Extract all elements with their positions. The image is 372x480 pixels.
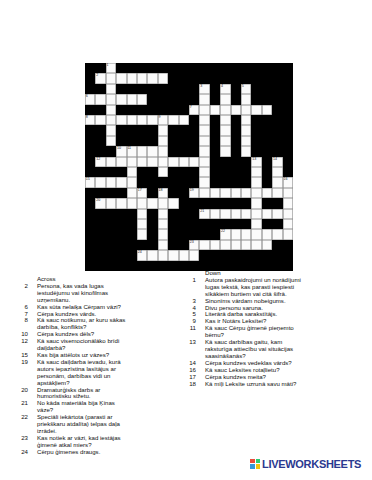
grid-cell[interactable] <box>147 73 157 83</box>
grid-cell[interactable] <box>116 115 126 125</box>
down-clues: Down 1Autora paskaidrojumi un norādījumi… <box>182 270 368 387</box>
grid-cell[interactable] <box>158 125 168 135</box>
grid-cell[interactable] <box>231 209 241 219</box>
grid-cell[interactable] <box>95 115 105 125</box>
grid-block <box>210 250 220 260</box>
grid-cell[interactable] <box>147 146 157 156</box>
grid-cell[interactable] <box>199 177 209 187</box>
grid-cell[interactable]: 6 <box>85 94 95 104</box>
grid-cell[interactable] <box>241 105 251 115</box>
grid-cell[interactable] <box>241 125 251 135</box>
grid-cell[interactable] <box>199 105 209 115</box>
grid-cell[interactable] <box>116 94 126 104</box>
grid-block <box>231 94 241 104</box>
logo-icon-square <box>256 464 261 469</box>
grid-block <box>231 73 241 83</box>
grid-block <box>210 167 220 177</box>
grid-cell[interactable] <box>106 177 116 187</box>
grid-block <box>85 73 95 83</box>
grid-block <box>179 219 189 229</box>
grid-cell[interactable] <box>220 105 230 115</box>
grid-cell[interactable] <box>168 198 178 208</box>
grid-cell[interactable] <box>158 146 168 156</box>
grid-block <box>283 63 293 73</box>
grid-cell[interactable] <box>241 136 251 146</box>
grid-block <box>116 229 126 239</box>
grid-cell[interactable] <box>168 115 178 125</box>
clue-number: 20 <box>14 387 28 401</box>
grid-cell[interactable] <box>127 198 137 208</box>
grid-cell[interactable] <box>127 188 137 198</box>
grid-block <box>262 157 272 167</box>
grid-block <box>95 250 105 260</box>
cell-number: 13 <box>252 157 256 161</box>
grid-block <box>241 250 251 260</box>
grid-cell[interactable] <box>262 209 272 219</box>
grid-block <box>147 167 157 177</box>
grid-block <box>283 167 293 177</box>
grid-block <box>168 94 178 104</box>
grid-cell[interactable] <box>147 157 157 167</box>
grid-block <box>168 63 178 73</box>
grid-block <box>168 209 178 219</box>
cell-number: 9 <box>159 115 161 119</box>
grid-block <box>106 240 116 250</box>
grid-block <box>147 229 157 239</box>
grid-cell[interactable] <box>168 157 178 167</box>
grid-block <box>106 188 116 198</box>
clue-number: 13 <box>182 339 196 360</box>
grid-block <box>231 125 241 135</box>
across-clue-item: 20Dramaturģisks darbs arhumoristisku siž… <box>14 387 186 401</box>
grid-block <box>106 167 116 177</box>
grid-block <box>272 115 282 125</box>
grid-cell[interactable] <box>231 240 241 250</box>
cell-number: 18 <box>159 188 163 192</box>
grid-cell[interactable] <box>106 136 116 146</box>
grid-cell[interactable] <box>199 136 209 146</box>
grid-block <box>168 136 178 146</box>
grid-cell[interactable] <box>158 250 168 260</box>
grid-cell[interactable] <box>158 219 168 229</box>
clue-number: 23 <box>14 435 28 449</box>
grid-cell[interactable] <box>127 157 137 167</box>
grid-cell[interactable] <box>168 250 178 260</box>
grid-cell[interactable] <box>220 146 230 156</box>
grid-block <box>85 209 95 219</box>
grid-cell[interactable]: 13 <box>251 157 261 167</box>
across-clue-item: 23Kas notiek ar vāzi, kad iestājasģimenē… <box>14 435 186 449</box>
grid-cell[interactable]: 21 <box>199 209 209 219</box>
grid-block <box>283 94 293 104</box>
grid-block <box>262 177 272 187</box>
grid-block <box>147 209 157 219</box>
grid-cell[interactable] <box>241 209 251 219</box>
grid-cell[interactable] <box>116 177 126 187</box>
grid-block <box>210 198 220 208</box>
grid-block <box>85 167 95 177</box>
grid-cell[interactable] <box>262 105 272 115</box>
grid-cell[interactable] <box>116 198 126 208</box>
clue-number: 11 <box>182 325 196 339</box>
grid-cell[interactable]: 22 <box>220 229 230 239</box>
grid-cell[interactable] <box>137 73 147 83</box>
grid-block <box>168 84 178 94</box>
grid-block <box>262 94 272 104</box>
grid-block <box>241 219 251 229</box>
clue-text-line: Kā mīļi Leksīte uzrunā savu māti? <box>205 381 296 388</box>
grid-cell[interactable] <box>283 219 293 229</box>
grid-block <box>189 229 199 239</box>
grid-cell[interactable] <box>106 198 116 208</box>
grid-cell[interactable]: 3 <box>199 84 209 94</box>
grid-block <box>116 167 126 177</box>
grid-block <box>137 167 147 177</box>
grid-block <box>231 250 241 260</box>
grid-cell[interactable] <box>158 136 168 146</box>
grid-block <box>189 84 199 94</box>
grid-block <box>116 125 126 135</box>
grid-cell[interactable]: 4 <box>220 84 230 94</box>
grid-block <box>272 198 282 208</box>
grid-block <box>137 177 147 187</box>
grid-block <box>189 219 199 229</box>
grid-cell[interactable]: 2 <box>95 73 105 83</box>
grid-cell[interactable] <box>220 209 230 219</box>
grid-cell[interactable] <box>158 240 168 250</box>
grid-cell[interactable] <box>262 188 272 198</box>
grid-cell[interactable] <box>158 209 168 219</box>
grid-cell[interactable] <box>220 94 230 104</box>
grid-block <box>241 63 251 73</box>
grid-block <box>231 167 241 177</box>
grid-block <box>189 73 199 83</box>
grid-cell[interactable] <box>137 157 147 167</box>
grid-cell[interactable] <box>272 209 282 219</box>
grid-cell[interactable] <box>251 188 261 198</box>
grid-block <box>127 219 137 229</box>
grid-block <box>116 261 126 271</box>
grid-cell[interactable] <box>199 240 209 250</box>
grid-cell[interactable] <box>127 115 137 125</box>
clue-number: 22 <box>14 414 28 435</box>
grid-block <box>85 240 95 250</box>
grid-cell[interactable] <box>147 115 157 125</box>
grid-cell[interactable] <box>251 219 261 229</box>
grid-cell[interactable] <box>106 115 116 125</box>
grid-block <box>231 198 241 208</box>
grid-block <box>137 63 147 73</box>
grid-block <box>85 84 95 94</box>
grid-block <box>251 115 261 125</box>
grid-cell[interactable]: 5 <box>241 84 251 94</box>
grid-block <box>147 105 157 115</box>
grid-cell[interactable] <box>220 115 230 125</box>
grid-cell[interactable] <box>210 105 220 115</box>
grid-cell[interactable] <box>251 229 261 239</box>
grid-block <box>158 84 168 94</box>
grid-cell[interactable]: 12 <box>95 157 105 167</box>
grid-block <box>116 209 126 219</box>
grid-block <box>220 167 230 177</box>
grid-block <box>210 63 220 73</box>
grid-cell[interactable]: 23 <box>189 240 199 250</box>
grid-cell[interactable] <box>127 73 137 83</box>
grid-block <box>231 219 241 229</box>
grid-cell[interactable] <box>106 125 116 135</box>
grid-cell[interactable] <box>95 94 105 104</box>
grid-block <box>179 177 189 187</box>
grid-block <box>210 177 220 187</box>
grid-cell[interactable] <box>251 209 261 219</box>
grid-block <box>189 209 199 219</box>
grid-cell[interactable] <box>106 105 116 115</box>
grid-cell[interactable]: 17 <box>137 188 147 198</box>
grid-cell[interactable] <box>241 94 251 104</box>
grid-block <box>231 146 241 156</box>
grid-block <box>116 84 126 94</box>
grid-block <box>210 73 220 83</box>
grid-block <box>179 94 189 104</box>
grid-cell[interactable]: 9 <box>158 115 168 125</box>
grid-block <box>283 115 293 125</box>
grid-block <box>116 250 126 260</box>
cell-number: 24 <box>138 250 142 254</box>
grid-block <box>168 219 178 229</box>
grid-cell[interactable] <box>251 167 261 177</box>
grid-block <box>95 63 105 73</box>
grid-block <box>147 84 157 94</box>
grid-cell[interactable] <box>251 198 261 208</box>
grid-cell[interactable] <box>262 240 272 250</box>
grid-block <box>189 146 199 156</box>
grid-block <box>241 198 251 208</box>
grid-block <box>189 177 199 187</box>
grid-cell[interactable] <box>106 73 116 83</box>
grid-block <box>179 229 189 239</box>
grid-cell[interactable] <box>179 115 189 125</box>
grid-block <box>272 250 282 260</box>
grid-block <box>189 198 199 208</box>
grid-cell[interactable] <box>199 157 209 167</box>
grid-block <box>179 136 189 146</box>
grid-block <box>210 146 220 156</box>
grid-cell[interactable] <box>137 94 147 104</box>
grid-cell[interactable] <box>199 115 209 125</box>
cell-number: 14 <box>273 157 277 161</box>
grid-cell[interactable] <box>272 167 282 177</box>
grid-cell[interactable] <box>251 240 261 250</box>
grid-block <box>106 209 116 219</box>
grid-cell[interactable] <box>199 125 209 135</box>
grid-cell[interactable] <box>189 250 199 260</box>
grid-block <box>147 188 157 198</box>
grid-block <box>272 125 282 135</box>
grid-cell[interactable] <box>272 229 282 239</box>
grid-block <box>210 229 220 239</box>
cell-number: 2 <box>96 73 98 77</box>
grid-block <box>262 63 272 73</box>
grid-cell[interactable] <box>147 198 157 208</box>
grid-cell[interactable] <box>241 240 251 250</box>
grid-cell[interactable] <box>158 229 168 239</box>
grid-cell[interactable] <box>210 209 220 219</box>
grid-cell[interactable]: 16 <box>283 177 293 187</box>
grid-cell[interactable] <box>158 198 168 208</box>
grid-block <box>95 219 105 229</box>
grid-cell[interactable] <box>241 229 251 239</box>
grid-cell[interactable] <box>272 188 282 198</box>
grid-block <box>189 94 199 104</box>
logo-icon-square <box>250 464 255 469</box>
grid-block <box>158 94 168 104</box>
grid-block <box>95 240 105 250</box>
grid-cell[interactable] <box>179 250 189 260</box>
grid-cell[interactable] <box>199 146 209 156</box>
grid-block <box>179 146 189 156</box>
grid-cell[interactable] <box>283 188 293 198</box>
grid-cell[interactable] <box>262 229 272 239</box>
grid-cell[interactable] <box>241 188 251 198</box>
grid-block <box>251 250 261 260</box>
grid-cell[interactable]: 11 <box>127 146 137 156</box>
clue-number: 19 <box>14 359 28 387</box>
grid-block <box>251 73 261 83</box>
grid-block <box>95 105 105 115</box>
grid-block <box>168 177 178 187</box>
grid-cell[interactable]: 18 <box>158 188 168 198</box>
grid-block <box>116 136 126 146</box>
grid-cell[interactable] <box>231 188 241 198</box>
grid-cell[interactable] <box>241 146 251 156</box>
grid-cell[interactable] <box>241 115 251 125</box>
grid-cell[interactable] <box>137 198 147 208</box>
grid-cell[interactable] <box>220 240 230 250</box>
grid-block <box>147 177 157 187</box>
grid-cell[interactable] <box>220 188 230 198</box>
grid-block <box>272 136 282 146</box>
grid-block <box>179 209 189 219</box>
grid-block <box>147 94 157 104</box>
grid-cell[interactable] <box>251 177 261 187</box>
grid-block <box>85 198 95 208</box>
cell-number: 6 <box>86 94 88 98</box>
grid-cell[interactable] <box>158 167 168 177</box>
grid-cell[interactable] <box>251 105 261 115</box>
grid-cell[interactable] <box>137 219 147 229</box>
grid-cell[interactable] <box>283 209 293 219</box>
grid-block <box>168 188 178 198</box>
grid-cell[interactable] <box>106 84 116 94</box>
grid-cell[interactable] <box>231 229 241 239</box>
grid-cell[interactable]: 8 <box>85 115 95 125</box>
grid-block <box>85 63 95 73</box>
cell-number: 23 <box>190 240 194 244</box>
grid-cell[interactable]: 1 <box>106 63 116 73</box>
grid-cell[interactable] <box>199 188 209 198</box>
grid-cell[interactable] <box>137 115 147 125</box>
cell-number: 10 <box>117 146 121 150</box>
grid-block <box>189 63 199 73</box>
grid-block <box>127 240 137 250</box>
across-clue-item: 21No kāda materiāla bija Ķīnasvāze? <box>14 400 186 414</box>
grid-cell[interactable] <box>210 240 220 250</box>
cell-number: 15 <box>86 177 90 181</box>
grid-cell[interactable] <box>199 94 209 104</box>
across-clue-item: 19Kā sauc daiļdarba ievadu, kurāautors i… <box>14 359 186 387</box>
grid-block <box>189 125 199 135</box>
grid-cell[interactable] <box>106 94 116 104</box>
grid-cell[interactable]: 7 <box>189 105 199 115</box>
grid-block <box>147 136 157 146</box>
grid-cell[interactable] <box>179 157 189 167</box>
grid-cell[interactable] <box>127 94 137 104</box>
grid-block <box>127 261 137 271</box>
cell-number: 7 <box>190 105 192 109</box>
grid-block <box>262 115 272 125</box>
cell-number: 12 <box>96 157 100 161</box>
grid-cell[interactable] <box>283 229 293 239</box>
grid-cell[interactable]: 19 <box>189 188 199 198</box>
grid-cell[interactable]: 24 <box>137 250 147 260</box>
grid-cell[interactable] <box>127 177 137 187</box>
grid-cell[interactable] <box>116 73 126 83</box>
grid-cell[interactable] <box>137 146 147 156</box>
grid-cell[interactable] <box>220 125 230 135</box>
grid-cell[interactable] <box>210 188 220 198</box>
grid-block <box>95 167 105 177</box>
grid-cell[interactable] <box>199 167 209 177</box>
grid-cell[interactable] <box>127 167 137 177</box>
grid-cell[interactable] <box>158 73 168 83</box>
grid-cell[interactable]: 15 <box>85 177 95 187</box>
grid-cell[interactable] <box>147 250 157 260</box>
grid-cell[interactable] <box>137 209 147 219</box>
grid-cell[interactable] <box>137 229 147 239</box>
grid-block <box>272 240 282 250</box>
cell-number: 21 <box>200 209 204 213</box>
grid-block <box>147 219 157 229</box>
grid-block <box>95 209 105 219</box>
grid-block <box>283 240 293 250</box>
grid-cell[interactable] <box>231 105 241 115</box>
grid-block <box>262 219 272 229</box>
grid-cell[interactable]: 10 <box>116 146 126 156</box>
clue-number: 18 <box>182 381 196 388</box>
grid-block <box>179 188 189 198</box>
grid-cell[interactable] <box>283 198 293 208</box>
grid-cell[interactable]: 14 <box>272 157 282 167</box>
grid-block <box>272 105 282 115</box>
grid-block <box>127 136 137 146</box>
grid-block <box>199 229 209 239</box>
grid-cell[interactable] <box>95 177 105 187</box>
grid-cell[interactable] <box>116 157 126 167</box>
grid-block <box>220 250 230 260</box>
grid-cell[interactable] <box>220 136 230 146</box>
grid-block <box>189 136 199 146</box>
liveworksheets-icon <box>250 459 260 469</box>
grid-cell[interactable] <box>189 157 199 167</box>
grid-block <box>283 105 293 115</box>
grid-block <box>179 198 189 208</box>
grid-cell[interactable]: 20 <box>95 198 105 208</box>
grid-block <box>137 105 147 115</box>
grid-cell[interactable] <box>272 177 282 187</box>
grid-cell[interactable] <box>106 157 116 167</box>
grid-cell[interactable] <box>158 157 168 167</box>
grid-block <box>168 261 178 271</box>
